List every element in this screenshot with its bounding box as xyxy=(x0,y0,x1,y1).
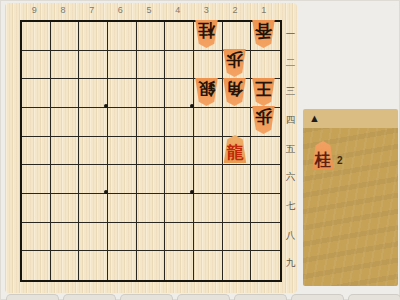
file-label: 5 xyxy=(135,4,164,17)
board-cell[interactable] xyxy=(22,137,51,166)
board-cell[interactable] xyxy=(223,165,252,194)
board-cell[interactable] xyxy=(251,137,280,166)
board-cell[interactable] xyxy=(51,108,80,137)
board-cell[interactable] xyxy=(22,165,51,194)
board-cell[interactable] xyxy=(79,137,108,166)
file-label: 3 xyxy=(192,4,221,17)
board-cell[interactable] xyxy=(137,165,166,194)
bottom-button-row xyxy=(0,294,400,300)
bottom-button[interactable] xyxy=(348,294,400,300)
board-cell[interactable] xyxy=(251,194,280,223)
board-cell[interactable] xyxy=(251,251,280,280)
hand-piece-count: 2 xyxy=(337,155,343,166)
sente-turn-indicator-icon: ▲ xyxy=(309,112,320,125)
board-cell[interactable] xyxy=(79,194,108,223)
board-cell[interactable] xyxy=(165,194,194,223)
board-cell[interactable] xyxy=(251,223,280,252)
board-cell[interactable] xyxy=(51,79,80,108)
hand-piece-knight[interactable]: 桂 xyxy=(311,141,335,170)
rank-label: 八 xyxy=(283,221,298,250)
board-cell[interactable] xyxy=(223,22,252,51)
board-cell[interactable] xyxy=(51,194,80,223)
board-cell[interactable] xyxy=(51,165,80,194)
file-label: 8 xyxy=(49,4,78,17)
board-cell[interactable] xyxy=(194,108,223,137)
board-cell[interactable] xyxy=(165,22,194,51)
board-cell[interactable] xyxy=(108,194,137,223)
board-cell[interactable] xyxy=(108,251,137,280)
file-label: 2 xyxy=(221,4,250,17)
board-cell[interactable] xyxy=(165,108,194,137)
board-cell[interactable] xyxy=(79,22,108,51)
board-cell[interactable] xyxy=(137,79,166,108)
rank-label: 五 xyxy=(283,135,298,164)
board-cell[interactable] xyxy=(137,251,166,280)
board-cell[interactable] xyxy=(194,251,223,280)
board-cell[interactable] xyxy=(223,223,252,252)
board-cell[interactable] xyxy=(22,108,51,137)
board-cell[interactable] xyxy=(108,22,137,51)
star-point xyxy=(104,104,108,108)
board-cell[interactable] xyxy=(165,251,194,280)
board-cell[interactable] xyxy=(251,165,280,194)
bottom-button[interactable] xyxy=(291,294,344,300)
board-cell[interactable] xyxy=(108,108,137,137)
board-cell[interactable] xyxy=(137,108,166,137)
board-cell[interactable] xyxy=(251,51,280,80)
komadai-header: ▲ xyxy=(303,109,398,128)
bottom-button[interactable] xyxy=(177,294,230,300)
file-label: 4 xyxy=(163,4,192,17)
board-cell[interactable] xyxy=(108,51,137,80)
file-label: 7 xyxy=(77,4,106,17)
board-cell[interactable] xyxy=(165,137,194,166)
file-label: 6 xyxy=(106,4,135,17)
bottom-button[interactable] xyxy=(63,294,116,300)
bottom-button[interactable] xyxy=(120,294,173,300)
board-cell[interactable] xyxy=(22,194,51,223)
board-cell[interactable] xyxy=(223,108,252,137)
rank-label: 三 xyxy=(283,77,298,106)
bottom-button[interactable] xyxy=(6,294,59,300)
board-cell[interactable] xyxy=(51,137,80,166)
rank-label: 六 xyxy=(283,163,298,192)
star-point xyxy=(190,190,194,194)
rank-label: 一 xyxy=(283,20,298,49)
board-cell[interactable] xyxy=(108,137,137,166)
board-cell[interactable] xyxy=(194,51,223,80)
rank-label: 九 xyxy=(283,249,298,278)
board-cell[interactable] xyxy=(22,51,51,80)
board-cell[interactable] xyxy=(51,223,80,252)
board-cell[interactable] xyxy=(108,223,137,252)
file-label: 9 xyxy=(20,4,49,17)
board-cell[interactable] xyxy=(223,194,252,223)
board-cell[interactable] xyxy=(22,22,51,51)
board-cell[interactable] xyxy=(51,22,80,51)
board-cell[interactable] xyxy=(223,251,252,280)
board-cell[interactable] xyxy=(79,51,108,80)
board-cell[interactable] xyxy=(137,22,166,51)
star-point xyxy=(104,190,108,194)
rank-label: 二 xyxy=(283,49,298,78)
board-cell[interactable] xyxy=(137,194,166,223)
rank-label: 七 xyxy=(283,192,298,221)
board-cell[interactable] xyxy=(22,251,51,280)
board-cell[interactable] xyxy=(165,51,194,80)
file-label: 1 xyxy=(249,4,278,17)
board-cell[interactable] xyxy=(79,223,108,252)
board-cell[interactable] xyxy=(79,251,108,280)
board-cell[interactable] xyxy=(79,108,108,137)
board-cell[interactable] xyxy=(194,223,223,252)
board-cell[interactable] xyxy=(51,251,80,280)
sente-hand-tray: 桂 2 xyxy=(303,128,398,286)
board-cell[interactable] xyxy=(165,223,194,252)
shogi-app: 987654321一二三四五六七八九 桂香歩銀角王歩龍 ▲ 桂 2 xyxy=(0,0,400,300)
board-cell[interactable] xyxy=(22,79,51,108)
board-cell[interactable] xyxy=(194,165,223,194)
board-cell[interactable] xyxy=(108,165,137,194)
board-cell[interactable] xyxy=(194,194,223,223)
board-cell[interactable] xyxy=(194,137,223,166)
rank-label: 四 xyxy=(283,106,298,135)
board-cell[interactable] xyxy=(137,223,166,252)
board-cell[interactable] xyxy=(137,51,166,80)
board-cell[interactable] xyxy=(22,223,51,252)
board-cell[interactable] xyxy=(51,51,80,80)
star-point xyxy=(190,104,194,108)
bottom-button[interactable] xyxy=(234,294,287,300)
board-cell[interactable] xyxy=(137,137,166,166)
board-cell[interactable] xyxy=(108,79,137,108)
